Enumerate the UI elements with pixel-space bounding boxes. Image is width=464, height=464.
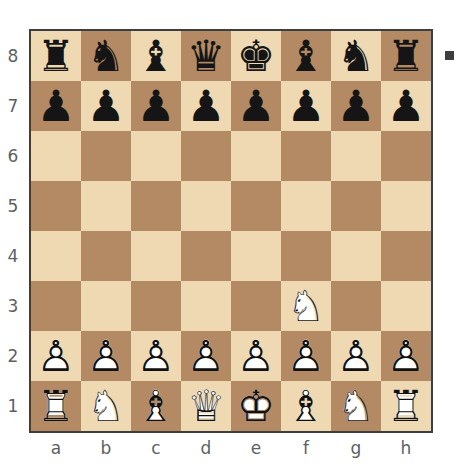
file-labels: a b c d e f g h bbox=[31, 436, 431, 460]
rank-label-6: 6 bbox=[0, 131, 26, 181]
black-pawn-icon[interactable]: ♟ bbox=[31, 81, 81, 131]
black-knight-glyph: ♞ bbox=[331, 31, 381, 81]
black-pawn-icon[interactable]: ♟ bbox=[131, 81, 181, 131]
file-label-f: f bbox=[281, 436, 331, 460]
turn-indicator-black-to-move bbox=[445, 51, 454, 60]
white-queen-outline: ♕ bbox=[181, 381, 231, 431]
file-label-d: d bbox=[181, 436, 231, 460]
square-g6[interactable] bbox=[331, 131, 381, 181]
white-pawn-icon[interactable]: ♟♙ bbox=[31, 331, 81, 381]
square-a1[interactable]: ♜♖ bbox=[31, 381, 81, 431]
black-pawn-glyph: ♟ bbox=[181, 81, 231, 131]
white-bishop-outline: ♗ bbox=[131, 381, 181, 431]
square-e5[interactable] bbox=[231, 181, 281, 231]
square-h5[interactable] bbox=[381, 181, 431, 231]
black-pawn-glyph: ♟ bbox=[31, 81, 81, 131]
white-pawn-outline: ♙ bbox=[331, 331, 381, 381]
square-e1[interactable]: ♚♔ bbox=[231, 381, 281, 431]
square-e3[interactable] bbox=[231, 281, 281, 331]
black-queen-glyph: ♛ bbox=[181, 31, 231, 81]
white-pawn-icon[interactable]: ♟♙ bbox=[381, 331, 431, 381]
white-knight-icon[interactable]: ♞♘ bbox=[281, 281, 331, 331]
square-d4[interactable] bbox=[181, 231, 231, 281]
black-pawn-glyph: ♟ bbox=[331, 81, 381, 131]
square-b5[interactable] bbox=[81, 181, 131, 231]
rank-label-1: 1 bbox=[0, 381, 26, 431]
square-f8[interactable]: ♝ bbox=[281, 31, 331, 81]
white-pawn-outline: ♙ bbox=[281, 331, 331, 381]
square-a7[interactable]: ♟ bbox=[31, 81, 81, 131]
square-d2[interactable]: ♟♙ bbox=[181, 331, 231, 381]
square-e6[interactable] bbox=[231, 131, 281, 181]
square-e7[interactable]: ♟ bbox=[231, 81, 281, 131]
black-pawn-glyph: ♟ bbox=[131, 81, 181, 131]
file-label-a: a bbox=[31, 436, 81, 460]
black-pawn-icon[interactable]: ♟ bbox=[281, 81, 331, 131]
square-h8[interactable]: ♜ bbox=[381, 31, 431, 81]
square-g5[interactable] bbox=[331, 181, 381, 231]
square-d6[interactable] bbox=[181, 131, 231, 181]
square-g7[interactable]: ♟ bbox=[331, 81, 381, 131]
square-f7[interactable]: ♟ bbox=[281, 81, 331, 131]
white-knight-outline: ♘ bbox=[331, 381, 381, 431]
black-queen-icon[interactable]: ♛ bbox=[181, 31, 231, 81]
square-c3[interactable] bbox=[131, 281, 181, 331]
white-pawn-icon[interactable]: ♟♙ bbox=[181, 331, 231, 381]
black-pawn-icon[interactable]: ♟ bbox=[331, 81, 381, 131]
square-f2[interactable]: ♟♙ bbox=[281, 331, 331, 381]
white-pawn-outline: ♙ bbox=[181, 331, 231, 381]
black-knight-glyph: ♞ bbox=[81, 31, 131, 81]
white-rook-icon[interactable]: ♜♖ bbox=[31, 381, 81, 431]
white-bishop-icon[interactable]: ♝♗ bbox=[281, 381, 331, 431]
white-pawn-outline: ♙ bbox=[31, 331, 81, 381]
white-pawn-outline: ♙ bbox=[231, 331, 281, 381]
black-pawn-glyph: ♟ bbox=[381, 81, 431, 131]
white-pawn-outline: ♙ bbox=[131, 331, 181, 381]
square-f5[interactable] bbox=[281, 181, 331, 231]
square-a5[interactable] bbox=[31, 181, 81, 231]
black-pawn-glyph: ♟ bbox=[281, 81, 331, 131]
black-pawn-glyph: ♟ bbox=[231, 81, 281, 131]
black-rook-glyph: ♜ bbox=[381, 31, 431, 81]
white-king-outline: ♔ bbox=[231, 381, 281, 431]
file-label-h: h bbox=[381, 436, 431, 460]
square-c2[interactable]: ♟♙ bbox=[131, 331, 181, 381]
white-queen-icon[interactable]: ♛♕ bbox=[181, 381, 231, 431]
square-b4[interactable] bbox=[81, 231, 131, 281]
file-label-e: e bbox=[231, 436, 281, 460]
rank-label-5: 5 bbox=[0, 181, 26, 231]
square-d8[interactable]: ♛ bbox=[181, 31, 231, 81]
rank-label-2: 2 bbox=[0, 331, 26, 381]
square-f3[interactable]: ♞♘ bbox=[281, 281, 331, 331]
black-bishop-glyph: ♝ bbox=[131, 31, 181, 81]
chess-board-frame: ♜♞♝♛♚♝♞♜♟♟♟♟♟♟♟♟♞♘♟♙♟♙♟♙♟♙♟♙♟♙♟♙♟♙♜♖♞♘♝♗… bbox=[29, 29, 433, 433]
square-e4[interactable] bbox=[231, 231, 281, 281]
chess-app-page: 87654321 ♜♞♝♛♚♝♞♜♟♟♟♟♟♟♟♟♞♘♟♙♟♙♟♙♟♙♟♙♟♙♟… bbox=[0, 0, 464, 464]
black-rook-icon[interactable]: ♜ bbox=[381, 31, 431, 81]
square-a4[interactable] bbox=[31, 231, 81, 281]
rank-label-8: 8 bbox=[0, 31, 26, 81]
black-rook-glyph: ♜ bbox=[31, 31, 81, 81]
square-g4[interactable] bbox=[331, 231, 381, 281]
file-label-c: c bbox=[131, 436, 181, 460]
square-b6[interactable] bbox=[81, 131, 131, 181]
white-knight-outline: ♘ bbox=[281, 281, 331, 331]
square-g8[interactable]: ♞ bbox=[331, 31, 381, 81]
black-king-glyph: ♚ bbox=[231, 31, 281, 81]
black-pawn-icon[interactable]: ♟ bbox=[81, 81, 131, 131]
white-knight-icon[interactable]: ♞♘ bbox=[81, 381, 131, 431]
square-g2[interactable]: ♟♙ bbox=[331, 331, 381, 381]
black-pawn-icon[interactable]: ♟ bbox=[181, 81, 231, 131]
white-knight-icon[interactable]: ♞♘ bbox=[331, 381, 381, 431]
square-b8[interactable]: ♞ bbox=[81, 31, 131, 81]
rank-label-4: 4 bbox=[0, 231, 26, 281]
white-pawn-icon[interactable]: ♟♙ bbox=[81, 331, 131, 381]
square-c8[interactable]: ♝ bbox=[131, 31, 181, 81]
black-bishop-icon[interactable]: ♝ bbox=[131, 31, 181, 81]
white-bishop-outline: ♗ bbox=[281, 381, 331, 431]
square-h3[interactable] bbox=[381, 281, 431, 331]
square-c7[interactable]: ♟ bbox=[131, 81, 181, 131]
white-bishop-icon[interactable]: ♝♗ bbox=[131, 381, 181, 431]
square-c1[interactable]: ♝♗ bbox=[131, 381, 181, 431]
black-rook-icon[interactable]: ♜ bbox=[31, 31, 81, 81]
square-c5[interactable] bbox=[131, 181, 181, 231]
black-knight-icon[interactable]: ♞ bbox=[81, 31, 131, 81]
white-knight-outline: ♘ bbox=[81, 381, 131, 431]
white-rook-outline: ♖ bbox=[31, 381, 81, 431]
square-h1[interactable]: ♜♖ bbox=[381, 381, 431, 431]
black-pawn-icon[interactable]: ♟ bbox=[381, 81, 431, 131]
white-pawn-outline: ♙ bbox=[81, 331, 131, 381]
square-g1[interactable]: ♞♘ bbox=[331, 381, 381, 431]
square-c6[interactable] bbox=[131, 131, 181, 181]
black-king-icon[interactable]: ♚ bbox=[231, 31, 281, 81]
white-rook-outline: ♖ bbox=[381, 381, 431, 431]
square-d5[interactable] bbox=[181, 181, 231, 231]
square-f4[interactable] bbox=[281, 231, 331, 281]
file-label-g: g bbox=[331, 436, 381, 460]
square-a3[interactable] bbox=[31, 281, 81, 331]
square-b7[interactable]: ♟ bbox=[81, 81, 131, 131]
black-pawn-glyph: ♟ bbox=[81, 81, 131, 131]
white-pawn-icon[interactable]: ♟♙ bbox=[231, 331, 281, 381]
square-a2[interactable]: ♟♙ bbox=[31, 331, 81, 381]
square-a8[interactable]: ♜ bbox=[31, 31, 81, 81]
square-h2[interactable]: ♟♙ bbox=[381, 331, 431, 381]
black-pawn-icon[interactable]: ♟ bbox=[231, 81, 281, 131]
rank-label-3: 3 bbox=[0, 281, 26, 331]
file-label-b: b bbox=[81, 436, 131, 460]
black-knight-icon[interactable]: ♞ bbox=[331, 31, 381, 81]
square-b2[interactable]: ♟♙ bbox=[81, 331, 131, 381]
rank-label-7: 7 bbox=[0, 81, 26, 131]
white-pawn-outline: ♙ bbox=[381, 331, 431, 381]
square-f1[interactable]: ♝♗ bbox=[281, 381, 331, 431]
white-pawn-icon[interactable]: ♟♙ bbox=[131, 331, 181, 381]
square-c4[interactable] bbox=[131, 231, 181, 281]
square-d7[interactable]: ♟ bbox=[181, 81, 231, 131]
black-bishop-glyph: ♝ bbox=[281, 31, 331, 81]
square-e8[interactable]: ♚ bbox=[231, 31, 281, 81]
chess-board: ♜♞♝♛♚♝♞♜♟♟♟♟♟♟♟♟♞♘♟♙♟♙♟♙♟♙♟♙♟♙♟♙♟♙♜♖♞♘♝♗… bbox=[31, 31, 431, 431]
square-e2[interactable]: ♟♙ bbox=[231, 331, 281, 381]
white-pawn-icon[interactable]: ♟♙ bbox=[331, 331, 381, 381]
square-a6[interactable] bbox=[31, 131, 81, 181]
square-h6[interactable] bbox=[381, 131, 431, 181]
white-rook-icon[interactable]: ♜♖ bbox=[381, 381, 431, 431]
square-f6[interactable] bbox=[281, 131, 331, 181]
square-d3[interactable] bbox=[181, 281, 231, 331]
black-bishop-icon[interactable]: ♝ bbox=[281, 31, 331, 81]
square-d1[interactable]: ♛♕ bbox=[181, 381, 231, 431]
square-b1[interactable]: ♞♘ bbox=[81, 381, 131, 431]
square-b3[interactable] bbox=[81, 281, 131, 331]
white-pawn-icon[interactable]: ♟♙ bbox=[281, 331, 331, 381]
square-h7[interactable]: ♟ bbox=[381, 81, 431, 131]
square-g3[interactable] bbox=[331, 281, 381, 331]
white-king-icon[interactable]: ♚♔ bbox=[231, 381, 281, 431]
square-h4[interactable] bbox=[381, 231, 431, 281]
